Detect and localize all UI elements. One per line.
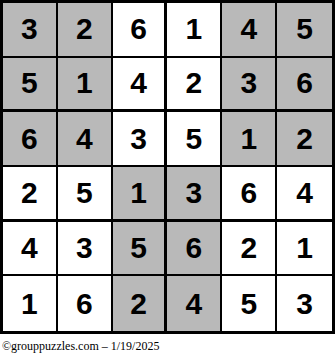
cell-r4c4[interactable]: 3: [167, 167, 222, 222]
cell-r4c6[interactable]: 4: [277, 167, 332, 222]
cell-r4c3[interactable]: 1: [113, 167, 168, 222]
cell-r4c5[interactable]: 6: [222, 167, 277, 222]
cell-r3c4[interactable]: 5: [167, 112, 222, 167]
cell-r5c5[interactable]: 2: [222, 222, 277, 277]
cell-r6c2[interactable]: 6: [58, 276, 113, 331]
cell-r2c4[interactable]: 2: [167, 58, 222, 113]
cell-r3c3[interactable]: 3: [113, 112, 168, 167]
cell-r1c2[interactable]: 2: [58, 3, 113, 58]
cell-r3c1[interactable]: 6: [3, 112, 58, 167]
cell-r4c1[interactable]: 2: [3, 167, 58, 222]
cell-r5c1[interactable]: 4: [3, 222, 58, 277]
sudoku-page: 326145514236643512251364435621162453 ©gr…: [0, 0, 335, 357]
cell-r3c6[interactable]: 2: [277, 112, 332, 167]
cell-r2c3[interactable]: 4: [113, 58, 168, 113]
cell-r1c5[interactable]: 4: [222, 3, 277, 58]
cell-r1c3[interactable]: 6: [113, 3, 168, 58]
cell-r1c6[interactable]: 5: [277, 3, 332, 58]
cell-r1c4[interactable]: 1: [167, 3, 222, 58]
copyright-credit: ©grouppuzzles.com – 1/19/2025: [2, 339, 159, 354]
cell-r2c2[interactable]: 1: [58, 58, 113, 113]
cell-r6c1[interactable]: 1: [3, 276, 58, 331]
cell-r5c3[interactable]: 5: [113, 222, 168, 277]
cell-r3c2[interactable]: 4: [58, 112, 113, 167]
cell-r5c6[interactable]: 1: [277, 222, 332, 277]
cell-r2c1[interactable]: 5: [3, 58, 58, 113]
cell-r6c5[interactable]: 5: [222, 276, 277, 331]
cell-r2c6[interactable]: 6: [277, 58, 332, 113]
cell-r5c4[interactable]: 6: [167, 222, 222, 277]
cell-r2c5[interactable]: 3: [222, 58, 277, 113]
cell-r3c5[interactable]: 1: [222, 112, 277, 167]
sudoku-board: 326145514236643512251364435621162453: [0, 0, 335, 334]
cell-r6c4[interactable]: 4: [167, 276, 222, 331]
cell-r6c6[interactable]: 3: [277, 276, 332, 331]
cell-r6c3[interactable]: 2: [113, 276, 168, 331]
cell-r4c2[interactable]: 5: [58, 167, 113, 222]
cell-r5c2[interactable]: 3: [58, 222, 113, 277]
cell-r1c1[interactable]: 3: [3, 3, 58, 58]
